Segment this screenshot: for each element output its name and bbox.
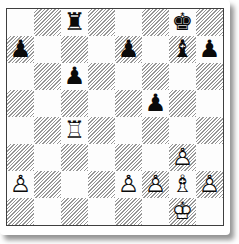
square-h1 [196,198,223,225]
piece-white-pawn: ♙ [169,144,196,171]
square-e5 [115,90,142,117]
square-d3 [88,144,115,171]
square-f7 [142,36,169,63]
square-c1 [61,198,88,225]
square-f3 [142,144,169,171]
square-e6 [115,63,142,90]
piece-black-pawn: ♟ [61,63,88,90]
piece-white-pawn: ♙ [196,171,223,198]
square-g7: ♝ [169,36,196,63]
square-h2: ♟♙ [196,171,223,198]
square-h8 [196,9,223,36]
piece-white-pawn: ♙ [7,171,34,198]
square-f1 [142,198,169,225]
square-a7: ♟ [7,36,34,63]
square-a2: ♟♙ [7,171,34,198]
square-a4 [7,117,34,144]
piece-white-bishop: ♗ [169,171,196,198]
square-d4 [88,117,115,144]
square-e4 [115,117,142,144]
square-c7 [61,36,88,63]
square-c5 [61,90,88,117]
square-f8 [142,9,169,36]
square-c3 [61,144,88,171]
square-h4 [196,117,223,144]
piece-white-pawn: ♙ [115,171,142,198]
square-g6 [169,63,196,90]
square-a6 [7,63,34,90]
square-f5: ♟ [142,90,169,117]
square-h7: ♟ [196,36,223,63]
square-a5 [7,90,34,117]
square-g8: ♚ [169,9,196,36]
square-d8 [88,9,115,36]
square-a1 [7,198,34,225]
chess-board: ♜♚♟♟♝♟♟♟♜♖♟♙♟♙♟♙♟♙♝♗♟♙♚♔ [6,8,224,226]
square-g4 [169,117,196,144]
square-e3 [115,144,142,171]
square-e8 [115,9,142,36]
square-g3: ♟♙ [169,144,196,171]
square-f2: ♟♙ [142,171,169,198]
square-b4 [34,117,61,144]
square-d1 [88,198,115,225]
square-d6 [88,63,115,90]
diagram-card: ♜♚♟♟♝♟♟♟♜♖♟♙♟♙♟♙♟♙♝♗♟♙♚♔ [0,0,230,235]
square-b6 [34,63,61,90]
square-g2: ♝♗ [169,171,196,198]
piece-white-king: ♔ [169,198,196,225]
piece-black-rook: ♜ [61,9,88,36]
piece-white-rook: ♖ [61,117,88,144]
square-g5 [169,90,196,117]
square-f6 [142,63,169,90]
square-d2 [88,171,115,198]
square-c8: ♜ [61,9,88,36]
square-b1 [34,198,61,225]
square-h3 [196,144,223,171]
square-b8 [34,9,61,36]
square-d5 [88,90,115,117]
square-e1 [115,198,142,225]
square-h5 [196,90,223,117]
square-h6 [196,63,223,90]
piece-black-bishop: ♝ [169,36,196,63]
piece-black-pawn: ♟ [142,90,169,117]
square-b2 [34,171,61,198]
square-b5 [34,90,61,117]
square-a8 [7,9,34,36]
square-f4 [142,117,169,144]
square-e7: ♟ [115,36,142,63]
square-b3 [34,144,61,171]
square-g1: ♚♔ [169,198,196,225]
piece-black-pawn: ♟ [115,36,142,63]
square-d7 [88,36,115,63]
piece-black-pawn: ♟ [196,36,223,63]
square-e2: ♟♙ [115,171,142,198]
square-c2 [61,171,88,198]
square-a3 [7,144,34,171]
piece-white-pawn: ♙ [142,171,169,198]
square-c6: ♟ [61,63,88,90]
piece-black-king: ♚ [169,9,196,36]
square-c4: ♜♖ [61,117,88,144]
piece-black-pawn: ♟ [7,36,34,63]
square-b7 [34,36,61,63]
